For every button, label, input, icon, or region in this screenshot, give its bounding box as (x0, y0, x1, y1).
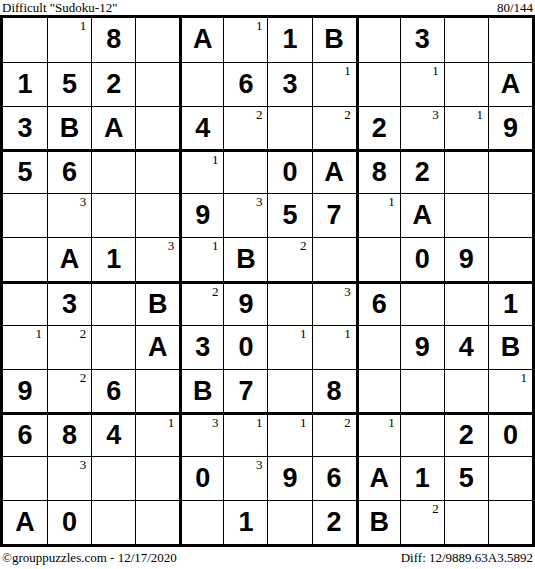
cell-r7c12[interactable]: 1 (488, 281, 532, 325)
given-value: A (193, 26, 213, 53)
group-mark: 1 (300, 416, 307, 430)
cell-r9c5[interactable]: B (179, 369, 223, 413)
cell-r7c2[interactable]: 3 (47, 281, 91, 325)
cell-r9c10[interactable] (400, 369, 444, 413)
given-value: 6 (327, 465, 342, 492)
given-value: A (15, 509, 35, 536)
cell-r6c10[interactable]: 0 (400, 237, 444, 281)
cell-r10c7[interactable]: 1 (267, 412, 311, 456)
given-value: 5 (459, 465, 474, 492)
given-value: 6 (62, 159, 77, 186)
cell-r12c7[interactable] (267, 500, 311, 544)
cell-r8c7[interactable]: 1 (267, 325, 311, 369)
given-value: 9 (195, 202, 210, 229)
cell-r10c6[interactable]: 1 (223, 412, 267, 456)
group-mark: 2 (344, 108, 351, 122)
given-value: 8 (372, 159, 387, 186)
cell-r10c12[interactable]: 0 (488, 412, 532, 456)
cell-r1c1[interactable] (3, 18, 47, 62)
given-value: 7 (238, 378, 253, 405)
sudoku-board: 18A11B31526311A3BA42223195610A82393571AA… (0, 15, 535, 547)
given-value: 0 (415, 246, 430, 273)
given-value: 7 (327, 202, 342, 229)
cell-r1c3[interactable]: 8 (91, 18, 135, 62)
cell-r11c8[interactable]: 6 (312, 456, 356, 500)
cell-r10c10[interactable] (400, 412, 444, 456)
given-value: A (413, 202, 433, 229)
cell-r3c4[interactable] (135, 106, 179, 150)
given-value: 2 (327, 509, 342, 536)
empty-cell-counter: 80/144 (497, 1, 533, 15)
given-value: 5 (62, 71, 77, 98)
cell-r8c8[interactable]: 1 (312, 325, 356, 369)
cell-r2c2[interactable]: 5 (47, 62, 91, 106)
given-value: 9 (238, 291, 253, 318)
cell-r5c6[interactable]: 3 (223, 193, 267, 237)
given-value: 3 (283, 71, 298, 98)
given-value: B (369, 509, 389, 536)
cell-r4c3[interactable] (91, 149, 135, 193)
cell-r3c6[interactable]: 2 (223, 106, 267, 150)
cell-r1c7[interactable]: 1 (267, 18, 311, 62)
given-value: A (60, 246, 80, 273)
cell-r9c3[interactable]: 6 (91, 369, 135, 413)
given-value: 0 (283, 159, 298, 186)
cell-r2c4[interactable] (135, 62, 179, 106)
cell-r1c10[interactable]: 3 (400, 18, 444, 62)
cell-r11c9[interactable]: A (356, 456, 400, 500)
cell-r4c2[interactable]: 6 (47, 149, 91, 193)
cell-r11c5[interactable]: 0 (179, 456, 223, 500)
cell-r4c7[interactable]: 0 (267, 149, 311, 193)
group-mark: 3 (344, 285, 351, 299)
cell-r4c12[interactable] (488, 149, 532, 193)
cell-r12c4[interactable] (135, 500, 179, 544)
group-mark: 1 (36, 327, 43, 341)
cell-r9c9[interactable] (356, 369, 400, 413)
cell-r10c3[interactable]: 4 (91, 412, 135, 456)
cell-r6c4[interactable]: 3 (135, 237, 179, 281)
cell-r4c11[interactable] (444, 149, 488, 193)
given-value: B (193, 378, 213, 405)
given-value: 3 (18, 115, 33, 142)
given-value: B (501, 334, 521, 361)
cell-r5c11[interactable] (444, 193, 488, 237)
given-value: 3 (62, 291, 77, 318)
cell-r8c2[interactable]: 2 (47, 325, 91, 369)
group-mark: 1 (432, 64, 439, 78)
cell-r12c11[interactable] (444, 500, 488, 544)
given-value: B (236, 246, 256, 273)
cell-r1c5[interactable]: A (179, 18, 223, 62)
group-mark: 1 (344, 327, 351, 341)
cell-r10c4[interactable]: 1 (135, 412, 179, 456)
cell-r5c8[interactable]: 7 (312, 193, 356, 237)
cell-r11c7[interactable]: 9 (267, 456, 311, 500)
cell-r3c7[interactable] (267, 106, 311, 150)
given-value: 1 (503, 291, 518, 318)
given-value: 9 (503, 115, 518, 142)
cell-r12c8[interactable]: 2 (312, 500, 356, 544)
cell-r4c9[interactable]: 8 (356, 149, 400, 193)
cell-r3c1[interactable]: 3 (3, 106, 47, 150)
group-mark: 3 (256, 195, 263, 209)
cell-r9c11[interactable] (444, 369, 488, 413)
given-value: 6 (238, 71, 253, 98)
cell-r10c5[interactable]: 3 (179, 412, 223, 456)
given-value: B (60, 115, 80, 142)
given-value: 1 (106, 246, 121, 273)
cell-r8c6[interactable]: 0 (223, 325, 267, 369)
cell-r8c3[interactable] (91, 325, 135, 369)
cell-r8c1[interactable]: 1 (3, 325, 47, 369)
cell-r9c7[interactable] (267, 369, 311, 413)
cell-r7c1[interactable] (3, 281, 47, 325)
cell-r7c3[interactable] (91, 281, 135, 325)
cell-r9c4[interactable] (135, 369, 179, 413)
cell-r5c9[interactable]: 1 (356, 193, 400, 237)
group-mark: 1 (168, 416, 175, 430)
cell-r12c1[interactable]: A (3, 500, 47, 544)
cell-r1c12[interactable] (488, 18, 532, 62)
given-value: A (501, 71, 521, 98)
group-mark: 1 (212, 239, 219, 253)
cell-r10c2[interactable]: 8 (47, 412, 91, 456)
given-value: A (369, 465, 389, 492)
given-value: B (324, 26, 344, 53)
group-mark: 1 (476, 108, 483, 122)
given-value: 9 (18, 378, 33, 405)
cell-r7c11[interactable] (444, 281, 488, 325)
group-mark: 1 (256, 19, 263, 33)
group-mark: 2 (212, 285, 219, 299)
cell-r11c10[interactable]: 1 (400, 456, 444, 500)
cell-r10c1[interactable]: 6 (3, 412, 47, 456)
group-mark: 1 (256, 416, 263, 430)
cell-r6c1[interactable] (3, 237, 47, 281)
cell-r11c1[interactable] (3, 456, 47, 500)
cell-r7c5[interactable]: 2 (179, 281, 223, 325)
given-value: A (148, 334, 168, 361)
cell-r6c11[interactable]: 9 (444, 237, 488, 281)
given-value: 2 (459, 422, 474, 449)
cell-r6c9[interactable] (356, 237, 400, 281)
cell-r8c11[interactable]: 4 (444, 325, 488, 369)
cell-r5c10[interactable]: A (400, 193, 444, 237)
given-value: 2 (372, 115, 387, 142)
group-mark: 1 (300, 327, 307, 341)
cell-r8c5[interactable]: 3 (179, 325, 223, 369)
group-mark: 1 (388, 195, 395, 209)
cell-r2c5[interactable] (179, 62, 223, 106)
cell-r10c8[interactable]: 2 (312, 412, 356, 456)
given-value: 0 (62, 509, 77, 536)
cell-r6c5[interactable]: 1 (179, 237, 223, 281)
cell-r3c8[interactable]: 2 (312, 106, 356, 150)
cell-r3c11[interactable]: 1 (444, 106, 488, 150)
given-value: 3 (195, 334, 210, 361)
cell-r2c6[interactable]: 6 (223, 62, 267, 106)
puzzle-title: Difficult "Sudoku-12" (2, 1, 117, 15)
cell-r9c2[interactable]: 2 (47, 369, 91, 413)
cell-r10c9[interactable]: 1 (356, 412, 400, 456)
cell-r7c7[interactable] (267, 281, 311, 325)
cell-r12c2[interactable]: 0 (47, 500, 91, 544)
given-value: 4 (195, 115, 210, 142)
group-mark: 2 (80, 371, 87, 385)
given-value: 4 (459, 334, 474, 361)
cell-r2c10[interactable]: 1 (400, 62, 444, 106)
cell-r6c6[interactable]: B (223, 237, 267, 281)
cell-r12c3[interactable] (91, 500, 135, 544)
cell-r2c8[interactable]: 1 (312, 62, 356, 106)
cell-r4c5[interactable]: 1 (179, 149, 223, 193)
given-value: 6 (18, 422, 33, 449)
given-value: 2 (415, 159, 430, 186)
cell-r9c8[interactable]: 8 (312, 369, 356, 413)
cell-r1c4[interactable] (135, 18, 179, 62)
group-mark: 2 (300, 239, 307, 253)
cell-r5c1[interactable] (3, 193, 47, 237)
group-mark: 2 (344, 416, 351, 430)
cell-r11c11[interactable]: 5 (444, 456, 488, 500)
cell-r6c7[interactable]: 2 (267, 237, 311, 281)
cell-r12c10[interactable]: 2 (400, 500, 444, 544)
cell-r5c2[interactable]: 3 (47, 193, 91, 237)
cell-r5c3[interactable] (91, 193, 135, 237)
group-mark: 3 (168, 239, 175, 253)
cell-r2c7[interactable]: 3 (267, 62, 311, 106)
cell-r3c10[interactable]: 3 (400, 106, 444, 150)
cell-r1c8[interactable]: B (312, 18, 356, 62)
cell-r7c8[interactable]: 3 (312, 281, 356, 325)
cell-r5c12[interactable] (488, 193, 532, 237)
copyright-text: ©grouppuzzles.com - 12/17/2020 (2, 550, 177, 566)
cell-r5c7[interactable]: 5 (267, 193, 311, 237)
cell-r6c8[interactable] (312, 237, 356, 281)
cell-r8c9[interactable] (356, 325, 400, 369)
cell-r1c6[interactable]: 1 (223, 18, 267, 62)
cell-r1c2[interactable]: 1 (47, 18, 91, 62)
given-value: A (104, 115, 124, 142)
group-mark: 1 (344, 64, 351, 78)
cell-r11c6[interactable]: 3 (223, 456, 267, 500)
given-value: A (324, 159, 344, 186)
cell-r9c1[interactable]: 9 (3, 369, 47, 413)
given-value: 5 (18, 159, 33, 186)
cell-r11c3[interactable] (91, 456, 135, 500)
cell-r4c8[interactable]: A (312, 149, 356, 193)
cell-r3c12[interactable]: 9 (488, 106, 532, 150)
given-value: 0 (503, 422, 518, 449)
cell-r7c10[interactable] (400, 281, 444, 325)
given-value: 8 (327, 378, 342, 405)
difficulty-text: Diff: 12/9889.63A3.5892 (401, 550, 533, 566)
cell-r6c3[interactable]: 1 (91, 237, 135, 281)
given-value: 6 (372, 291, 387, 318)
cell-r11c12[interactable] (488, 456, 532, 500)
given-value: 1 (238, 509, 253, 536)
given-value: 1 (415, 465, 430, 492)
group-mark: 1 (520, 371, 527, 385)
given-value: B (148, 291, 168, 318)
group-mark: 3 (256, 458, 263, 472)
cell-r10c11[interactable]: 2 (444, 412, 488, 456)
cell-r4c10[interactable]: 2 (400, 149, 444, 193)
given-value: 8 (106, 26, 121, 53)
given-value: 0 (238, 334, 253, 361)
group-mark: 1 (212, 153, 219, 167)
given-value: 9 (459, 246, 474, 273)
group-mark: 1 (388, 416, 395, 430)
cell-r9c6[interactable]: 7 (223, 369, 267, 413)
given-value: 9 (283, 465, 298, 492)
cell-r7c6[interactable]: 9 (223, 281, 267, 325)
cell-r9c12[interactable]: 1 (488, 369, 532, 413)
given-value: 1 (283, 26, 298, 53)
cell-r12c9[interactable]: B (356, 500, 400, 544)
cell-r3c9[interactable]: 2 (356, 106, 400, 150)
given-value: 1 (18, 71, 33, 98)
cell-r1c11[interactable] (444, 18, 488, 62)
given-value: 2 (106, 71, 121, 98)
cell-r7c4[interactable]: B (135, 281, 179, 325)
cell-r12c5[interactable] (179, 500, 223, 544)
cell-r8c4[interactable]: A (135, 325, 179, 369)
group-mark: 2 (432, 502, 439, 516)
cell-r6c2[interactable]: A (47, 237, 91, 281)
cell-r4c6[interactable] (223, 149, 267, 193)
cell-r5c5[interactable]: 9 (179, 193, 223, 237)
cell-r3c3[interactable]: A (91, 106, 135, 150)
group-mark: 2 (80, 327, 87, 341)
cell-r2c9[interactable] (356, 62, 400, 106)
group-mark: 2 (256, 108, 263, 122)
given-value: 9 (415, 334, 430, 361)
cell-r8c12[interactable]: B (488, 325, 532, 369)
cell-r11c4[interactable] (135, 456, 179, 500)
cell-r2c11[interactable] (444, 62, 488, 106)
cell-r2c3[interactable]: 2 (91, 62, 135, 106)
cell-r3c5[interactable]: 4 (179, 106, 223, 150)
group-mark: 3 (212, 416, 219, 430)
cell-r4c1[interactable]: 5 (3, 149, 47, 193)
given-value: 3 (415, 26, 430, 53)
group-mark: 1 (80, 19, 87, 33)
given-value: 5 (283, 202, 298, 229)
given-value: 4 (106, 422, 121, 449)
given-value: 8 (62, 422, 77, 449)
page-header: Difficult "Sudoku-12" 80/144 (0, 0, 535, 15)
cell-r4c4[interactable] (135, 149, 179, 193)
given-value: 0 (195, 465, 210, 492)
group-mark: 3 (80, 458, 87, 472)
cell-r2c12[interactable]: A (488, 62, 532, 106)
cell-r2c1[interactable]: 1 (3, 62, 47, 106)
cell-r5c4[interactable] (135, 193, 179, 237)
cell-r6c12[interactable] (488, 237, 532, 281)
cell-r3c2[interactable]: B (47, 106, 91, 150)
cell-r8c10[interactable]: 9 (400, 325, 444, 369)
cell-r12c6[interactable]: 1 (223, 500, 267, 544)
given-value: 6 (106, 378, 121, 405)
cell-r7c9[interactable]: 6 (356, 281, 400, 325)
cell-r1c9[interactable] (356, 18, 400, 62)
group-mark: 3 (80, 195, 87, 209)
cell-r11c2[interactable]: 3 (47, 456, 91, 500)
page-footer: ©grouppuzzles.com - 12/17/2020 Diff: 12/… (0, 547, 535, 569)
cell-r12c12[interactable] (488, 500, 532, 544)
group-mark: 3 (432, 108, 439, 122)
